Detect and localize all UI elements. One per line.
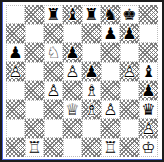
piece-white-pawn: ♟♙	[101, 100, 120, 119]
piece-glyph: ♟	[101, 24, 120, 43]
piece-black-pawn: ♟	[120, 24, 139, 43]
square-a4[interactable]	[6, 81, 25, 100]
piece-black-knight: ♞	[101, 5, 120, 24]
square-b7[interactable]	[25, 24, 44, 43]
square-d8[interactable]: ♝	[63, 5, 82, 24]
square-b8[interactable]	[25, 5, 44, 24]
piece-black-pawn: ♟	[63, 43, 82, 62]
square-e1[interactable]	[82, 138, 101, 157]
piece-outline: ♙	[6, 62, 25, 81]
piece-glyph: ♟	[82, 62, 101, 81]
square-e7[interactable]	[82, 24, 101, 43]
square-d3[interactable]: ♛♕	[63, 100, 82, 119]
square-a6[interactable]: ♟	[6, 43, 25, 62]
piece-white-bishop: ♝♗	[82, 100, 101, 119]
piece-glyph: ♞	[101, 5, 120, 24]
square-f6[interactable]	[101, 43, 120, 62]
square-g4[interactable]	[120, 81, 139, 100]
piece-outline: ♖	[101, 138, 120, 157]
square-e8[interactable]: ♜	[82, 5, 101, 24]
piece-glyph: ♟	[120, 24, 139, 43]
piece-black-bishop: ♝	[63, 5, 82, 24]
square-g3[interactable]	[120, 100, 139, 119]
piece-white-queen: ♛♕	[63, 100, 82, 119]
square-b2[interactable]	[25, 119, 44, 138]
square-a1[interactable]	[6, 138, 25, 157]
piece-glyph: ♟	[63, 43, 82, 62]
square-d7[interactable]	[63, 24, 82, 43]
piece-black-king: ♚	[120, 5, 139, 24]
square-g5[interactable]: ♟♙	[120, 62, 139, 81]
square-b4[interactable]	[25, 81, 44, 100]
piece-glyph: ♜	[82, 5, 101, 24]
piece-outline: ♗	[82, 100, 101, 119]
square-e2[interactable]	[82, 119, 101, 138]
square-f1[interactable]: ♜♖	[101, 138, 120, 157]
square-g8[interactable]: ♚	[120, 5, 139, 24]
square-f4[interactable]	[101, 81, 120, 100]
piece-black-rook: ♜	[44, 5, 63, 24]
piece-outline: ♙	[63, 62, 82, 81]
piece-white-pawn: ♟♙	[63, 62, 82, 81]
piece-glyph: ♛	[139, 100, 158, 119]
square-c7[interactable]	[44, 24, 63, 43]
piece-glyph: ♟	[6, 43, 25, 62]
square-e6[interactable]	[82, 43, 101, 62]
square-c6[interactable]: ♞♘	[44, 43, 63, 62]
piece-outline: ♕	[63, 100, 82, 119]
square-c2[interactable]	[44, 119, 63, 138]
piece-white-king: ♚♔	[139, 138, 158, 157]
square-h4[interactable]: ♟	[139, 81, 158, 100]
square-d5[interactable]: ♟♙	[63, 62, 82, 81]
piece-white-bishop: ♝♗	[82, 81, 101, 100]
piece-black-rook: ♜	[82, 5, 101, 24]
piece-white-rook: ♜♖	[101, 138, 120, 157]
piece-black-bishop: ♝	[139, 62, 158, 81]
square-h2[interactable]: ♟♙	[139, 119, 158, 138]
square-c5[interactable]	[44, 62, 63, 81]
piece-black-queen: ♛	[139, 100, 158, 119]
piece-glyph: ♝	[63, 5, 82, 24]
square-f2[interactable]	[101, 119, 120, 138]
square-f8[interactable]: ♞	[101, 5, 120, 24]
piece-white-pawn: ♟♙	[44, 81, 63, 100]
square-a2[interactable]	[6, 119, 25, 138]
square-a7[interactable]	[6, 24, 25, 43]
square-f3[interactable]: ♟♙	[101, 100, 120, 119]
piece-glyph: ♚	[120, 5, 139, 24]
chess-board: ♜♝♜♞♚♟♟♟♞♘♟♟♙♟♙♟♟♙♝♟♙♝♗♟♛♕♝♗♟♙♛♟♙♜♖♜♖♚♔	[6, 5, 158, 157]
square-d6[interactable]: ♟	[63, 43, 82, 62]
square-a3[interactable]	[6, 100, 25, 119]
piece-white-pawn: ♟♙	[120, 62, 139, 81]
piece-glyph: ♝	[139, 62, 158, 81]
piece-black-pawn: ♟	[82, 62, 101, 81]
piece-outline: ♙	[139, 119, 158, 138]
square-b3[interactable]	[25, 100, 44, 119]
piece-outline: ♙	[120, 62, 139, 81]
piece-outline: ♙	[44, 81, 63, 100]
square-a5[interactable]: ♟♙	[6, 62, 25, 81]
piece-glyph: ♟	[139, 81, 158, 100]
square-g6[interactable]	[120, 43, 139, 62]
square-h3[interactable]: ♛	[139, 100, 158, 119]
square-f7[interactable]: ♟	[101, 24, 120, 43]
square-h7[interactable]	[139, 24, 158, 43]
piece-black-pawn: ♟	[139, 81, 158, 100]
square-d2[interactable]	[63, 119, 82, 138]
piece-black-pawn: ♟	[101, 24, 120, 43]
square-c3[interactable]	[44, 100, 63, 119]
piece-white-pawn: ♟♙	[6, 62, 25, 81]
square-e4[interactable]: ♝♗	[82, 81, 101, 100]
piece-white-pawn: ♟♙	[139, 119, 158, 138]
square-g2[interactable]	[120, 119, 139, 138]
square-c8[interactable]: ♜	[44, 5, 63, 24]
piece-outline: ♘	[44, 43, 63, 62]
square-a8[interactable]	[6, 5, 25, 24]
piece-white-knight: ♞♘	[44, 43, 63, 62]
square-b1[interactable]: ♜♖	[25, 138, 44, 157]
square-d1[interactable]	[63, 138, 82, 157]
square-c1[interactable]	[44, 138, 63, 157]
piece-white-rook: ♜♖	[25, 138, 44, 157]
square-f5[interactable]	[101, 62, 120, 81]
square-h6[interactable]	[139, 43, 158, 62]
piece-outline: ♙	[101, 100, 120, 119]
square-h1[interactable]: ♚♔	[139, 138, 158, 157]
square-g1[interactable]	[120, 138, 139, 157]
piece-black-pawn: ♟	[6, 43, 25, 62]
square-b5[interactable]	[25, 62, 44, 81]
square-e3[interactable]: ♝♗	[82, 100, 101, 119]
square-e5[interactable]: ♟	[82, 62, 101, 81]
piece-glyph: ♜	[44, 5, 63, 24]
piece-outline: ♗	[82, 81, 101, 100]
square-h5[interactable]: ♝	[139, 62, 158, 81]
square-c4[interactable]: ♟♙	[44, 81, 63, 100]
square-d4[interactable]	[63, 81, 82, 100]
square-b6[interactable]	[25, 43, 44, 62]
square-h8[interactable]	[139, 5, 158, 24]
piece-outline: ♔	[139, 138, 158, 157]
piece-outline: ♖	[25, 138, 44, 157]
chess-diagram-frame: ♜♝♜♞♚♟♟♟♞♘♟♟♙♟♙♟♟♙♝♟♙♝♗♟♛♕♝♗♟♙♛♟♙♜♖♜♖♚♔	[0, 0, 164, 162]
square-g7[interactable]: ♟	[120, 24, 139, 43]
